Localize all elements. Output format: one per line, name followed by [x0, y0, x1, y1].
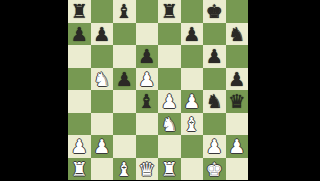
square-h5[interactable]: ♟ — [226, 68, 249, 91]
white-pawn-icon[interactable]: ♟ — [228, 135, 245, 157]
square-f3[interactable]: ♝ — [181, 113, 204, 136]
square-g2[interactable]: ♟ — [203, 135, 226, 158]
square-b4[interactable] — [91, 90, 114, 113]
white-queen-icon[interactable]: ♛ — [138, 158, 155, 180]
square-d4[interactable]: ♝ — [136, 90, 159, 113]
white-pawn-icon[interactable]: ♟ — [71, 135, 88, 157]
square-b8[interactable] — [91, 0, 114, 23]
square-h3[interactable] — [226, 113, 249, 136]
square-a3[interactable] — [68, 113, 91, 136]
square-h6[interactable] — [226, 45, 249, 68]
white-bishop-icon[interactable]: ♝ — [183, 113, 200, 135]
square-d3[interactable] — [136, 113, 159, 136]
square-h7[interactable]: ♞ — [226, 23, 249, 46]
left-letterbox-bar — [0, 0, 68, 180]
square-e7[interactable] — [158, 23, 181, 46]
chess-board[interactable]: ♜♝♜♚♟♟♟♞♟♟♞♟♟♟♝♟♟♞♛♞♝♟♟♟♟♜♝♛♜♚ — [68, 0, 248, 180]
square-a2[interactable]: ♟ — [68, 135, 91, 158]
square-b5[interactable]: ♞ — [91, 68, 114, 91]
square-e1[interactable]: ♜ — [158, 158, 181, 181]
square-c1[interactable]: ♝ — [113, 158, 136, 181]
square-e8[interactable]: ♜ — [158, 0, 181, 23]
black-queen-icon[interactable]: ♛ — [228, 90, 245, 112]
square-d2[interactable] — [136, 135, 159, 158]
black-bishop-icon[interactable]: ♝ — [138, 90, 155, 112]
black-rook-icon[interactable]: ♜ — [71, 0, 88, 22]
white-rook-icon[interactable]: ♜ — [71, 158, 88, 180]
square-f5[interactable] — [181, 68, 204, 91]
square-g7[interactable] — [203, 23, 226, 46]
square-f6[interactable] — [181, 45, 204, 68]
square-c4[interactable] — [113, 90, 136, 113]
square-g5[interactable] — [203, 68, 226, 91]
black-rook-icon[interactable]: ♜ — [161, 0, 178, 22]
white-pawn-icon[interactable]: ♟ — [206, 135, 223, 157]
square-b1[interactable] — [91, 158, 114, 181]
square-c7[interactable] — [113, 23, 136, 46]
black-pawn-icon[interactable]: ♟ — [206, 45, 223, 67]
square-e5[interactable] — [158, 68, 181, 91]
white-pawn-icon[interactable]: ♟ — [138, 68, 155, 90]
square-h4[interactable]: ♛ — [226, 90, 249, 113]
square-a8[interactable]: ♜ — [68, 0, 91, 23]
square-h1[interactable] — [226, 158, 249, 181]
square-h2[interactable]: ♟ — [226, 135, 249, 158]
black-pawn-icon[interactable]: ♟ — [183, 23, 200, 45]
white-knight-icon[interactable]: ♞ — [161, 113, 178, 135]
square-g3[interactable] — [203, 113, 226, 136]
square-a5[interactable] — [68, 68, 91, 91]
black-king-icon[interactable]: ♚ — [206, 0, 223, 22]
square-a7[interactable]: ♟ — [68, 23, 91, 46]
square-b7[interactable]: ♟ — [91, 23, 114, 46]
black-knight-icon[interactable]: ♞ — [228, 23, 245, 45]
square-d6[interactable]: ♟ — [136, 45, 159, 68]
square-h8[interactable] — [226, 0, 249, 23]
square-e4[interactable]: ♟ — [158, 90, 181, 113]
square-g8[interactable]: ♚ — [203, 0, 226, 23]
white-pawn-icon[interactable]: ♟ — [183, 90, 200, 112]
black-pawn-icon[interactable]: ♟ — [116, 68, 133, 90]
black-bishop-icon[interactable]: ♝ — [116, 0, 133, 22]
square-d8[interactable] — [136, 0, 159, 23]
black-pawn-icon[interactable]: ♟ — [228, 68, 245, 90]
square-d5[interactable]: ♟ — [136, 68, 159, 91]
square-d7[interactable] — [136, 23, 159, 46]
white-rook-icon[interactable]: ♜ — [161, 158, 178, 180]
square-c2[interactable] — [113, 135, 136, 158]
white-knight-icon[interactable]: ♞ — [93, 68, 110, 90]
square-e6[interactable] — [158, 45, 181, 68]
square-a4[interactable] — [68, 90, 91, 113]
square-a6[interactable] — [68, 45, 91, 68]
square-b2[interactable]: ♟ — [91, 135, 114, 158]
square-c5[interactable]: ♟ — [113, 68, 136, 91]
square-g1[interactable]: ♚ — [203, 158, 226, 181]
square-f2[interactable] — [181, 135, 204, 158]
square-b3[interactable] — [91, 113, 114, 136]
square-e3[interactable]: ♞ — [158, 113, 181, 136]
square-d1[interactable]: ♛ — [136, 158, 159, 181]
square-f1[interactable] — [181, 158, 204, 181]
square-b6[interactable] — [91, 45, 114, 68]
square-c6[interactable] — [113, 45, 136, 68]
black-pawn-icon[interactable]: ♟ — [138, 45, 155, 67]
square-g6[interactable]: ♟ — [203, 45, 226, 68]
square-c8[interactable]: ♝ — [113, 0, 136, 23]
app-screen: ♜♝♜♚♟♟♟♞♟♟♞♟♟♟♝♟♟♞♛♞♝♟♟♟♟♜♝♛♜♚ — [0, 0, 320, 180]
black-pawn-icon[interactable]: ♟ — [93, 23, 110, 45]
square-f8[interactable] — [181, 0, 204, 23]
square-e2[interactable] — [158, 135, 181, 158]
square-a1[interactable]: ♜ — [68, 158, 91, 181]
square-g4[interactable]: ♞ — [203, 90, 226, 113]
right-letterbox-bar — [248, 0, 320, 180]
square-f7[interactable]: ♟ — [181, 23, 204, 46]
white-king-icon[interactable]: ♚ — [206, 158, 223, 180]
white-bishop-icon[interactable]: ♝ — [116, 158, 133, 180]
white-pawn-icon[interactable]: ♟ — [161, 90, 178, 112]
black-knight-icon[interactable]: ♞ — [206, 90, 223, 112]
white-pawn-icon[interactable]: ♟ — [93, 135, 110, 157]
square-f4[interactable]: ♟ — [181, 90, 204, 113]
square-c3[interactable] — [113, 113, 136, 136]
black-pawn-icon[interactable]: ♟ — [71, 23, 88, 45]
